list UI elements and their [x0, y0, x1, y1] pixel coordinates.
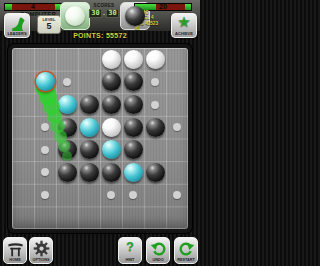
cell-r3c8[interactable] — [166, 93, 188, 116]
cell-r1c4[interactable] — [78, 48, 100, 71]
torii-gate-icon — [7, 240, 24, 257]
black-marble — [80, 140, 99, 159]
game-screen: 4 COMPUTER LEADERS LEVEL 5 SCORES 30 - 3… — [0, 0, 200, 266]
cell-r3c5[interactable] — [100, 93, 122, 116]
cell-r1c8[interactable] — [166, 48, 188, 71]
socket-dot — [151, 101, 159, 109]
cell-r6c2[interactable] — [34, 161, 56, 184]
cell-r5c5[interactable] — [100, 139, 122, 162]
restart-arrow-icon — [178, 240, 195, 257]
white-marble-icon — [65, 6, 85, 26]
cell-r1c1[interactable] — [12, 48, 34, 71]
cell-r7c7[interactable] — [144, 184, 166, 207]
cell-r8c5[interactable] — [100, 206, 122, 229]
cell-r1c5[interactable] — [100, 48, 122, 71]
cell-r8c7[interactable] — [144, 206, 166, 229]
black-marble — [58, 163, 77, 182]
cell-r6c6[interactable] — [122, 161, 144, 184]
scores-title: SCORES — [88, 2, 120, 9]
cell-r3c2[interactable] — [34, 93, 56, 116]
cell-r4c8[interactable] — [166, 116, 188, 139]
black-marble — [124, 140, 143, 159]
socket-dot — [63, 78, 71, 86]
cell-r7c5[interactable] — [100, 184, 122, 207]
white-marble — [146, 50, 165, 69]
black-marble — [124, 118, 143, 137]
black-marble — [124, 72, 143, 91]
cyan-marble — [58, 95, 77, 114]
cell-r2c3[interactable] — [56, 71, 78, 94]
cell-r6c5[interactable] — [100, 161, 122, 184]
cell-r1c7[interactable] — [144, 48, 166, 71]
demo-rank: #1 — [135, 26, 158, 31]
cell-r5c8[interactable] — [166, 139, 188, 162]
cell-r3c3[interactable] — [56, 93, 78, 116]
computer-progress-bar: 4 — [4, 3, 62, 11]
cell-r4c5[interactable] — [100, 116, 122, 139]
black-marble — [102, 72, 121, 91]
cell-r1c3[interactable] — [56, 48, 78, 71]
white-marble — [102, 50, 121, 69]
cell-r6c3[interactable] — [56, 161, 78, 184]
cell-r7c6[interactable] — [122, 184, 144, 207]
cell-r5c3[interactable] — [56, 139, 78, 162]
points-label: POINTS: 55572 — [0, 32, 200, 39]
cell-r5c1[interactable] — [12, 139, 34, 162]
white-player-button[interactable] — [60, 2, 90, 30]
cell-r2c2[interactable] — [34, 71, 56, 94]
cell-r4c1[interactable] — [12, 116, 34, 139]
cell-r7c4[interactable] — [78, 184, 100, 207]
cyan-marble — [102, 140, 121, 159]
cyan-marble — [80, 118, 99, 137]
cell-r4c4[interactable] — [78, 116, 100, 139]
home-button[interactable]: HOME — [3, 237, 27, 264]
socket-dot — [173, 191, 181, 199]
cell-r7c3[interactable] — [56, 184, 78, 207]
cell-r4c2[interactable] — [34, 116, 56, 139]
black-marble — [80, 95, 99, 114]
undo-arrow-icon — [150, 240, 167, 257]
cell-r2c6[interactable] — [122, 71, 144, 94]
cell-r8c3[interactable] — [56, 206, 78, 229]
undo-button[interactable]: UNDO — [146, 237, 170, 264]
star-icon: ★ — [172, 13, 196, 31]
cell-r3c6[interactable] — [122, 93, 144, 116]
cell-r2c4[interactable] — [78, 71, 100, 94]
white-marble — [102, 118, 121, 137]
level-badge-value: 5 — [46, 22, 51, 31]
cell-r2c1[interactable] — [12, 71, 34, 94]
white-marble — [124, 50, 143, 69]
computer-progress-value: 4 — [5, 3, 61, 11]
scores-panel: SCORES 30 - 30 — [88, 2, 120, 28]
score-right-lcd: 30 — [106, 9, 119, 18]
black-marble — [58, 140, 77, 159]
socket-dot — [151, 78, 159, 86]
socket-dot — [107, 191, 115, 199]
cell-r1c6[interactable] — [122, 48, 144, 71]
cell-r6c8[interactable] — [166, 161, 188, 184]
cell-r8c6[interactable] — [122, 206, 144, 229]
cell-r6c7[interactable] — [144, 161, 166, 184]
score-left-lcd: 30 — [89, 9, 102, 18]
score-separator: - — [103, 11, 105, 17]
selected-cyan-marble — [36, 72, 55, 91]
cell-r2c7[interactable] — [144, 71, 166, 94]
cell-r2c8[interactable] — [166, 71, 188, 94]
black-marble — [124, 95, 143, 114]
black-marble — [146, 118, 165, 137]
cell-r8c8[interactable] — [166, 206, 188, 229]
undo-label: UNDO — [147, 258, 169, 262]
socket-dot — [41, 146, 49, 154]
question-mark-icon: ? — [119, 239, 141, 254]
restart-button[interactable]: RESTART — [174, 237, 198, 264]
black-marble — [102, 163, 121, 182]
cell-r2c5[interactable] — [100, 71, 122, 94]
game-board[interactable] — [12, 48, 188, 229]
black-marble — [102, 95, 121, 114]
cell-r1c2[interactable] — [34, 48, 56, 71]
black-marble — [146, 163, 165, 182]
black-marble — [58, 118, 77, 137]
cell-r5c7[interactable] — [144, 139, 166, 162]
cell-r7c1[interactable] — [12, 184, 34, 207]
black-marble-icon — [125, 6, 145, 26]
cell-r7c8[interactable] — [166, 184, 188, 207]
cell-r3c4[interactable] — [78, 93, 100, 116]
cell-r3c7[interactable] — [144, 93, 166, 116]
board-frame — [8, 44, 192, 233]
cell-r8c1[interactable] — [12, 206, 34, 229]
socket-dot — [41, 123, 49, 131]
hint-label: HINT — [119, 258, 141, 262]
gear-icon — [33, 240, 50, 257]
options-button[interactable]: OPTIONS — [29, 237, 53, 264]
cell-r4c7[interactable] — [144, 116, 166, 139]
socket-dot — [41, 191, 49, 199]
boot-icon — [8, 15, 28, 32]
cell-r8c2[interactable] — [34, 206, 56, 229]
cell-r4c6[interactable] — [122, 116, 144, 139]
cell-r8c4[interactable] — [78, 206, 100, 229]
cell-r5c2[interactable] — [34, 139, 56, 162]
black-marble — [80, 163, 99, 182]
cell-r7c2[interactable] — [34, 184, 56, 207]
cell-r4c3[interactable] — [56, 116, 78, 139]
options-label: OPTIONS — [30, 258, 52, 262]
socket-dot — [41, 168, 49, 176]
cell-r5c4[interactable] — [78, 139, 100, 162]
socket-dot — [173, 123, 181, 131]
cell-r3c1[interactable] — [12, 93, 34, 116]
home-label: HOME — [4, 258, 26, 262]
cell-r6c1[interactable] — [12, 161, 34, 184]
cyan-marble — [124, 163, 143, 182]
cell-r5c6[interactable] — [122, 139, 144, 162]
cell-r6c4[interactable] — [78, 161, 100, 184]
socket-dot — [129, 191, 137, 199]
restart-label: RESTART — [175, 258, 197, 262]
hint-button[interactable]: ? HINT — [118, 237, 142, 264]
